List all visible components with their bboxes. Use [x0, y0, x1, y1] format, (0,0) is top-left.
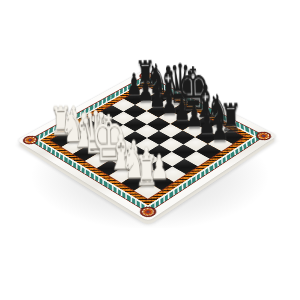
chess-set-photo: ♜♞♝♛♚♝♞♜♟♟♟♟♟♟♟♟♟♟♟♟♟♟♟♟♜♞♝♛♚♝♞♜ — [0, 0, 300, 300]
white-rook-piece[interactable]: ♜ — [117, 150, 176, 193]
black-pawn-piece[interactable]: ♟ — [192, 113, 247, 145]
